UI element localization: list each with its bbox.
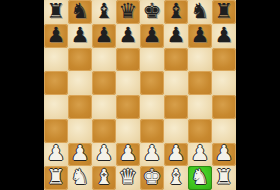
square-d1[interactable]: ♛	[116, 166, 140, 190]
square-d2[interactable]: ♟	[116, 143, 140, 167]
square-a1[interactable]: ♜	[44, 166, 68, 190]
black-knight-icon[interactable]: ♞	[191, 1, 210, 23]
square-g5[interactable]	[188, 71, 212, 95]
white-rook-icon[interactable]: ♜	[215, 167, 234, 189]
square-c7[interactable]: ♟	[92, 24, 116, 48]
square-h2[interactable]: ♟	[212, 143, 236, 167]
white-pawn-icon[interactable]: ♟	[215, 143, 234, 165]
square-d8[interactable]: ♛	[116, 0, 140, 24]
square-c5[interactable]	[92, 71, 116, 95]
white-bishop-icon[interactable]: ♝	[167, 167, 186, 189]
square-c4[interactable]	[92, 95, 116, 119]
square-b6[interactable]	[68, 48, 92, 72]
square-f4[interactable]	[164, 95, 188, 119]
square-d3[interactable]	[116, 119, 140, 143]
white-rook-icon[interactable]: ♜	[47, 167, 66, 189]
square-c8[interactable]: ♝	[92, 0, 116, 24]
square-a6[interactable]	[44, 48, 68, 72]
square-e2[interactable]: ♟	[140, 143, 164, 167]
square-b3[interactable]	[68, 119, 92, 143]
square-a8[interactable]: ♜	[44, 0, 68, 24]
black-pawn-icon[interactable]: ♟	[95, 25, 114, 47]
square-e6[interactable]	[140, 48, 164, 72]
square-h3[interactable]	[212, 119, 236, 143]
square-h5[interactable]	[212, 71, 236, 95]
square-h4[interactable]	[212, 95, 236, 119]
square-d5[interactable]	[116, 71, 140, 95]
square-a4[interactable]	[44, 95, 68, 119]
white-bishop-icon[interactable]: ♝	[95, 167, 114, 189]
square-e4[interactable]	[140, 95, 164, 119]
square-e5[interactable]	[140, 71, 164, 95]
square-d4[interactable]	[116, 95, 140, 119]
white-pawn-icon[interactable]: ♟	[167, 143, 186, 165]
black-pawn-icon[interactable]: ♟	[191, 25, 210, 47]
square-h7[interactable]: ♟	[212, 24, 236, 48]
square-f5[interactable]	[164, 71, 188, 95]
white-pawn-icon[interactable]: ♟	[191, 143, 210, 165]
black-pawn-icon[interactable]: ♟	[143, 25, 162, 47]
square-f1[interactable]: ♝	[164, 166, 188, 190]
black-bishop-icon[interactable]: ♝	[95, 1, 114, 23]
square-e1[interactable]: ♚	[140, 166, 164, 190]
square-f8[interactable]: ♝	[164, 0, 188, 24]
black-pawn-icon[interactable]: ♟	[215, 25, 234, 47]
square-a3[interactable]	[44, 119, 68, 143]
square-c6[interactable]	[92, 48, 116, 72]
square-h1[interactable]: ♜	[212, 166, 236, 190]
black-pawn-icon[interactable]: ♟	[47, 25, 66, 47]
square-g2[interactable]: ♟	[188, 143, 212, 167]
game-window: ♜♞♝♛♚♝♞♜♟♟♟♟♟♟♟♟♟♟♟♟♟♟♟♟♜♞♝♛♚♝♞♜	[0, 0, 280, 190]
white-pawn-icon[interactable]: ♟	[143, 143, 162, 165]
square-c2[interactable]: ♟	[92, 143, 116, 167]
square-h6[interactable]	[212, 48, 236, 72]
square-d6[interactable]	[116, 48, 140, 72]
square-g3[interactable]	[188, 119, 212, 143]
square-e8[interactable]: ♚	[140, 0, 164, 24]
square-b4[interactable]	[68, 95, 92, 119]
square-b7[interactable]: ♟	[68, 24, 92, 48]
white-pawn-icon[interactable]: ♟	[119, 143, 138, 165]
square-f3[interactable]	[164, 119, 188, 143]
square-c1[interactable]: ♝	[92, 166, 116, 190]
black-pawn-icon[interactable]: ♟	[71, 25, 90, 47]
black-knight-icon[interactable]: ♞	[71, 1, 90, 23]
square-f7[interactable]: ♟	[164, 24, 188, 48]
square-a7[interactable]: ♟	[44, 24, 68, 48]
black-bishop-icon[interactable]: ♝	[167, 1, 186, 23]
square-a2[interactable]: ♟	[44, 143, 68, 167]
black-rook-icon[interactable]: ♜	[215, 1, 234, 23]
square-e3[interactable]	[140, 119, 164, 143]
black-king-icon[interactable]: ♚	[143, 1, 162, 23]
square-g6[interactable]	[188, 48, 212, 72]
square-g4[interactable]	[188, 95, 212, 119]
chess-board: ♜♞♝♛♚♝♞♜♟♟♟♟♟♟♟♟♟♟♟♟♟♟♟♟♜♞♝♛♚♝♞♜	[44, 0, 236, 190]
square-b1[interactable]: ♞	[68, 166, 92, 190]
square-f6[interactable]	[164, 48, 188, 72]
white-queen-icon[interactable]: ♛	[119, 167, 138, 189]
black-queen-icon[interactable]: ♛	[119, 1, 138, 23]
white-king-icon[interactable]: ♚	[143, 167, 162, 189]
square-g8[interactable]: ♞	[188, 0, 212, 24]
square-a5[interactable]	[44, 71, 68, 95]
square-e7[interactable]: ♟	[140, 24, 164, 48]
square-c3[interactable]	[92, 119, 116, 143]
square-f2[interactable]: ♟	[164, 143, 188, 167]
square-d7[interactable]: ♟	[116, 24, 140, 48]
square-h8[interactable]: ♜	[212, 0, 236, 24]
square-g7[interactable]: ♟	[188, 24, 212, 48]
square-b5[interactable]	[68, 71, 92, 95]
white-knight-icon[interactable]: ♞	[71, 167, 90, 189]
white-pawn-icon[interactable]: ♟	[71, 143, 90, 165]
square-b2[interactable]: ♟	[68, 143, 92, 167]
square-g1[interactable]: ♞	[188, 166, 212, 190]
black-pawn-icon[interactable]: ♟	[119, 25, 138, 47]
black-rook-icon[interactable]: ♜	[47, 1, 66, 23]
white-knight-icon[interactable]: ♞	[191, 167, 210, 189]
black-pawn-icon[interactable]: ♟	[167, 25, 186, 47]
square-b8[interactable]: ♞	[68, 0, 92, 24]
white-pawn-icon[interactable]: ♟	[47, 143, 66, 165]
white-pawn-icon[interactable]: ♟	[95, 143, 114, 165]
